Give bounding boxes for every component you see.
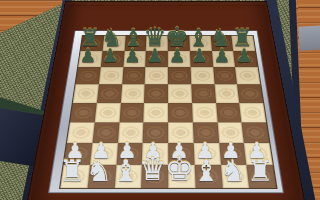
- square-g6[interactable]: [213, 67, 237, 84]
- black-pawn-h7[interactable]: ♟: [236, 47, 253, 66]
- chess-game-scene: ♜♞♝♛♚♝♞♜♟♟♟♟♟♟♟♟♟♟♟♟♟♟♟♟♜♞♝♛♚♝♞♜: [0, 0, 320, 200]
- square-g5[interactable]: [214, 84, 239, 102]
- white-queen-d1[interactable]: ♛: [138, 155, 166, 187]
- square-a6[interactable]: [76, 67, 101, 84]
- square-e5[interactable]: [168, 84, 192, 102]
- white-rook-a1[interactable]: ♜: [59, 157, 85, 186]
- square-e6[interactable]: [168, 67, 191, 84]
- square-c4[interactable]: [119, 102, 144, 121]
- square-a5[interactable]: [73, 84, 99, 102]
- square-f6[interactable]: [190, 67, 214, 84]
- square-d5[interactable]: [144, 84, 168, 102]
- square-f4[interactable]: [192, 102, 217, 121]
- white-knight-b1[interactable]: ♞: [86, 157, 112, 186]
- white-bishop-f1[interactable]: ♝: [193, 157, 219, 186]
- black-pawn-c7[interactable]: ♟: [124, 47, 141, 66]
- black-pawn-b7[interactable]: ♟: [102, 47, 119, 66]
- grey-slab-object: [298, 25, 320, 50]
- square-d6[interactable]: [145, 67, 168, 84]
- white-knight-g1[interactable]: ♞: [220, 157, 246, 186]
- black-pawn-a7[interactable]: ♟: [79, 47, 96, 66]
- white-rook-h1[interactable]: ♜: [247, 157, 273, 186]
- white-bishop-c1[interactable]: ♝: [113, 157, 139, 186]
- square-a4[interactable]: [70, 102, 97, 121]
- square-b5[interactable]: [97, 84, 122, 102]
- black-pawn-e7[interactable]: ♟: [169, 47, 186, 66]
- square-c6[interactable]: [122, 67, 146, 84]
- square-e4[interactable]: [168, 102, 193, 121]
- square-d4[interactable]: [144, 102, 169, 121]
- square-h4[interactable]: [239, 102, 266, 121]
- square-h5[interactable]: [237, 84, 263, 102]
- square-g4[interactable]: [216, 102, 242, 121]
- square-b6[interactable]: [99, 67, 123, 84]
- square-f5[interactable]: [191, 84, 216, 102]
- black-pawn-f7[interactable]: ♟: [191, 47, 208, 66]
- white-king-e1[interactable]: ♚: [165, 154, 194, 187]
- square-h6[interactable]: [235, 67, 260, 84]
- black-pawn-g7[interactable]: ♟: [213, 47, 230, 66]
- square-c5[interactable]: [120, 84, 144, 102]
- black-pawn-d7[interactable]: ♟: [146, 47, 163, 66]
- square-b4[interactable]: [94, 102, 120, 121]
